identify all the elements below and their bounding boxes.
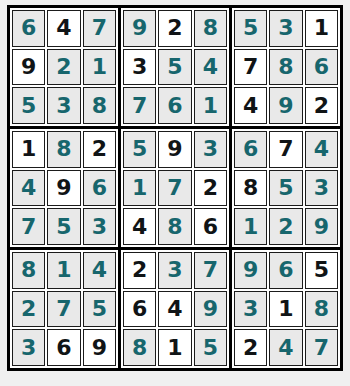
sudoku-cell-r1c3[interactable]: 7 [83, 10, 116, 47]
sudoku-cell-r6c8[interactable]: 2 [269, 208, 302, 245]
sudoku-cell-r6c9[interactable]: 9 [305, 208, 338, 245]
sudoku-cell-r4c6[interactable]: 3 [194, 131, 227, 168]
sudoku-box-1: 647921538 [10, 8, 118, 126]
sudoku-cell-r7c6[interactable]: 7 [194, 252, 227, 289]
sudoku-cell-r3c4[interactable]: 7 [123, 87, 156, 124]
sudoku-cell-r3c1[interactable]: 5 [12, 87, 45, 124]
sudoku-box-4: 182496753 [10, 129, 118, 247]
sudoku-cell-r5c3[interactable]: 6 [83, 170, 116, 207]
sudoku-cell-r9c5[interactable]: 1 [158, 329, 191, 366]
sudoku-cell-r5c6[interactable]: 2 [194, 170, 227, 207]
sudoku-cell-r6c6[interactable]: 6 [194, 208, 227, 245]
sudoku-cell-r1c2[interactable]: 4 [47, 10, 80, 47]
sudoku-cell-r9c7[interactable]: 2 [234, 329, 267, 366]
sudoku-box-9: 965318247 [232, 250, 340, 368]
sudoku-page: { "game": "sudoku", "state": "solved", "… [0, 0, 350, 386]
sudoku-box-6: 674853129 [232, 129, 340, 247]
sudoku-cell-r2c7[interactable]: 7 [234, 49, 267, 86]
sudoku-cell-r6c1[interactable]: 7 [12, 208, 45, 245]
sudoku-cell-r3c2[interactable]: 3 [47, 87, 80, 124]
sudoku-cell-r3c8[interactable]: 9 [269, 87, 302, 124]
sudoku-cell-r7c5[interactable]: 3 [158, 252, 191, 289]
sudoku-cell-r2c6[interactable]: 4 [194, 49, 227, 86]
sudoku-box-3: 531786492 [232, 8, 340, 126]
sudoku-cell-r8c4[interactable]: 6 [123, 291, 156, 328]
sudoku-cell-r9c3[interactable]: 9 [83, 329, 116, 366]
sudoku-cell-r5c1[interactable]: 4 [12, 170, 45, 207]
sudoku-box-7: 814275369 [10, 250, 118, 368]
sudoku-cell-r7c9[interactable]: 5 [305, 252, 338, 289]
sudoku-cell-r5c2[interactable]: 9 [47, 170, 80, 207]
sudoku-cell-r8c7[interactable]: 3 [234, 291, 267, 328]
sudoku-cell-r1c1[interactable]: 6 [12, 10, 45, 47]
sudoku-cell-r7c8[interactable]: 6 [269, 252, 302, 289]
sudoku-cell-r3c7[interactable]: 4 [234, 87, 267, 124]
sudoku-cell-r3c5[interactable]: 6 [158, 87, 191, 124]
sudoku-cell-r9c2[interactable]: 6 [47, 329, 80, 366]
sudoku-cell-r4c9[interactable]: 4 [305, 131, 338, 168]
sudoku-cell-r5c5[interactable]: 7 [158, 170, 191, 207]
sudoku-cell-r9c9[interactable]: 7 [305, 329, 338, 366]
sudoku-cell-r9c8[interactable]: 4 [269, 329, 302, 366]
sudoku-cell-r2c8[interactable]: 8 [269, 49, 302, 86]
sudoku-cell-r1c6[interactable]: 8 [194, 10, 227, 47]
sudoku-cell-r3c6[interactable]: 1 [194, 87, 227, 124]
sudoku-cell-r4c8[interactable]: 7 [269, 131, 302, 168]
sudoku-cell-r3c9[interactable]: 2 [305, 87, 338, 124]
sudoku-cell-r8c3[interactable]: 5 [83, 291, 116, 328]
sudoku-cell-r9c1[interactable]: 3 [12, 329, 45, 366]
sudoku-cell-r1c7[interactable]: 5 [234, 10, 267, 47]
sudoku-cell-r8c9[interactable]: 8 [305, 291, 338, 328]
sudoku-cell-r7c2[interactable]: 1 [47, 252, 80, 289]
sudoku-cell-r5c4[interactable]: 1 [123, 170, 156, 207]
sudoku-box-8: 237649815 [121, 250, 229, 368]
sudoku-cell-r4c4[interactable]: 5 [123, 131, 156, 168]
sudoku-cell-r4c7[interactable]: 6 [234, 131, 267, 168]
sudoku-cell-r4c5[interactable]: 9 [158, 131, 191, 168]
sudoku-cell-r7c3[interactable]: 4 [83, 252, 116, 289]
sudoku-cell-r5c9[interactable]: 3 [305, 170, 338, 207]
sudoku-cell-r4c1[interactable]: 1 [12, 131, 45, 168]
sudoku-cell-r5c8[interactable]: 5 [269, 170, 302, 207]
sudoku-cell-r1c4[interactable]: 9 [123, 10, 156, 47]
sudoku-board: 6479215389283547615317864921824967535931… [7, 5, 343, 371]
sudoku-cell-r8c8[interactable]: 1 [269, 291, 302, 328]
sudoku-cell-r4c3[interactable]: 2 [83, 131, 116, 168]
sudoku-cell-r5c7[interactable]: 8 [234, 170, 267, 207]
sudoku-cell-r2c4[interactable]: 3 [123, 49, 156, 86]
sudoku-cell-r2c3[interactable]: 1 [83, 49, 116, 86]
sudoku-cell-r2c1[interactable]: 9 [12, 49, 45, 86]
sudoku-box-5: 593172486 [121, 129, 229, 247]
sudoku-cell-r8c5[interactable]: 4 [158, 291, 191, 328]
sudoku-cell-r7c4[interactable]: 2 [123, 252, 156, 289]
sudoku-cell-r9c4[interactable]: 8 [123, 329, 156, 366]
sudoku-cell-r8c1[interactable]: 2 [12, 291, 45, 328]
sudoku-cell-r2c9[interactable]: 6 [305, 49, 338, 86]
sudoku-cell-r1c9[interactable]: 1 [305, 10, 338, 47]
sudoku-cell-r6c7[interactable]: 1 [234, 208, 267, 245]
sudoku-cell-r2c2[interactable]: 2 [47, 49, 80, 86]
sudoku-cell-r8c2[interactable]: 7 [47, 291, 80, 328]
sudoku-cell-r7c1[interactable]: 8 [12, 252, 45, 289]
sudoku-cell-r7c7[interactable]: 9 [234, 252, 267, 289]
sudoku-cell-r6c3[interactable]: 3 [83, 208, 116, 245]
sudoku-cell-r8c6[interactable]: 9 [194, 291, 227, 328]
sudoku-cell-r4c2[interactable]: 8 [47, 131, 80, 168]
sudoku-cell-r3c3[interactable]: 8 [83, 87, 116, 124]
sudoku-box-2: 928354761 [121, 8, 229, 126]
sudoku-cell-r1c8[interactable]: 3 [269, 10, 302, 47]
sudoku-cell-r6c5[interactable]: 8 [158, 208, 191, 245]
sudoku-cell-r6c2[interactable]: 5 [47, 208, 80, 245]
sudoku-cell-r9c6[interactable]: 5 [194, 329, 227, 366]
sudoku-cell-r1c5[interactable]: 2 [158, 10, 191, 47]
sudoku-cell-r6c4[interactable]: 4 [123, 208, 156, 245]
sudoku-cell-r2c5[interactable]: 5 [158, 49, 191, 86]
